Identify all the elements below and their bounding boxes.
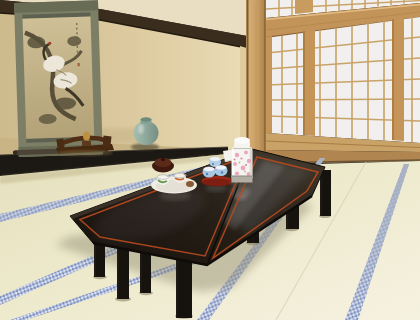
seal-mark xyxy=(77,63,79,66)
vase-body xyxy=(134,121,159,145)
thermos-base xyxy=(232,176,253,183)
tatami-room-photo xyxy=(0,0,420,320)
patterned-teacup xyxy=(174,173,186,183)
shoji-stile-right xyxy=(392,18,404,141)
transom-post xyxy=(295,0,313,14)
table-leg xyxy=(320,170,331,216)
corner-trim xyxy=(240,46,247,152)
shoji-stile-center xyxy=(303,30,315,136)
room-scene xyxy=(0,0,420,320)
sweet xyxy=(186,181,194,187)
gold-figure xyxy=(83,132,90,141)
vase-rim xyxy=(141,117,152,121)
shoji-screens xyxy=(266,0,420,164)
hanging-scroll xyxy=(8,0,109,157)
shoji-stile-left xyxy=(266,36,272,133)
